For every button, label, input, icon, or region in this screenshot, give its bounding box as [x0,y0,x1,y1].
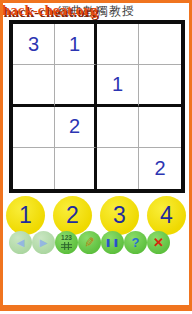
sudoku-cell-r4c3[interactable] [97,148,139,189]
toolbar: ◀ ▶ 123 ✎ ❚❚ ? ✕ [9,231,170,254]
sudoku-cell-r3c2[interactable]: 2 [55,107,97,148]
pencil-mode-button[interactable]: ✎ [78,231,101,254]
close-button[interactable]: ✕ [147,231,170,254]
redo-button[interactable]: ▶ [32,231,55,254]
sudoku-cell-r1c1[interactable]: 3 [13,24,55,65]
number-button-4[interactable]: 4 [147,196,186,235]
sudoku-cell-r3c3[interactable] [97,107,139,148]
sudoku-cell-r4c4[interactable]: 2 [139,148,181,189]
help-button[interactable]: ? [124,231,147,254]
sudoku-cell-r1c3[interactable] [97,24,139,65]
question-mark-icon: ? [132,236,140,249]
candidates-button[interactable]: 123 [55,231,78,254]
pause-icon: ❚❚ [105,239,120,247]
sudoku-cell-r3c4[interactable] [139,107,181,148]
pause-button[interactable]: ❚❚ [101,231,124,254]
undo-arrow-icon: ◀ [17,238,25,248]
sudoku-cell-r1c4[interactable] [139,24,181,65]
redo-arrow-icon: ▶ [40,238,48,248]
watermark-text: hack-cheat.org [2,2,97,19]
sudoku-cell-r4c2[interactable] [55,148,97,189]
sudoku-board: 3 1 1 2 2 [9,20,185,193]
sudoku-cell-r1c2[interactable]: 1 [55,24,97,65]
sudoku-cell-r2c1[interactable] [13,65,55,106]
number-button-3[interactable]: 3 [100,196,139,235]
number-pad: 1 2 3 4 [0,196,192,236]
app-screen: 經典數獨教授 hack-cheat.org 3 1 1 2 2 1 2 3 4 … [0,0,192,314]
close-x-icon: ✕ [153,236,164,249]
number-button-1[interactable]: 1 [6,196,45,235]
pencil-icon: ✎ [83,235,96,249]
candidates-123-label: 123 [61,235,72,242]
number-button-2[interactable]: 2 [53,196,92,235]
sudoku-cell-r3c1[interactable] [13,107,55,148]
grid-icon [61,242,72,250]
sudoku-cell-r2c2[interactable] [55,65,97,106]
sudoku-cell-r2c4[interactable] [139,65,181,106]
sudoku-cell-r4c1[interactable] [13,148,55,189]
sudoku-cell-r2c3[interactable]: 1 [97,65,139,106]
undo-button[interactable]: ◀ [9,231,32,254]
